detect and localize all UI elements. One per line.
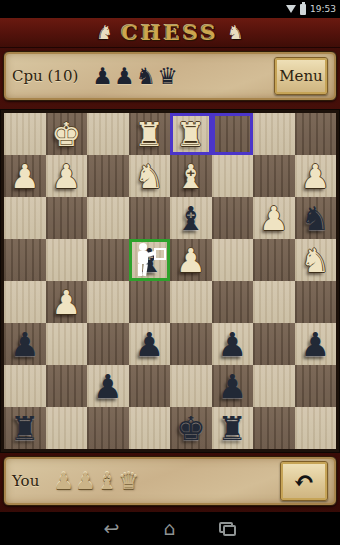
- square-c2[interactable]: [212, 155, 254, 197]
- square-f6[interactable]: [87, 323, 129, 365]
- captured-queen-icon: ♛: [118, 470, 139, 493]
- android-nav-bar: ↩ ⌂: [0, 512, 340, 545]
- square-h7[interactable]: [4, 365, 46, 407]
- square-d2[interactable]: ♝: [170, 155, 212, 197]
- square-h6[interactable]: ♟: [4, 323, 46, 365]
- white-rook-e1: ♜: [129, 113, 171, 155]
- square-g1[interactable]: ♚: [46, 113, 88, 155]
- square-a3[interactable]: ♞: [295, 197, 337, 239]
- black-pawn-f7: ♟: [87, 365, 129, 407]
- square-d4[interactable]: ♟: [170, 239, 212, 281]
- captured-pawn-icon: ♟: [114, 65, 135, 88]
- white-knight-e2: ♞: [129, 155, 171, 197]
- phone-screen: 19:53 ♞ CHESS ♞ Cpu (10) ♟♟♞♛ Menu ♚♜♜♟♟…: [0, 0, 340, 545]
- square-b4[interactable]: [253, 239, 295, 281]
- home-icon[interactable]: ⌂: [163, 519, 175, 538]
- square-d3[interactable]: ♝: [170, 197, 212, 239]
- you-panel: You ♟♟♝♛ ↶: [3, 456, 337, 506]
- white-pawn-d4: ♟: [170, 239, 212, 281]
- status-bar: 19:53: [0, 0, 340, 18]
- square-h5[interactable]: [4, 281, 46, 323]
- black-king-d8: ♚: [170, 407, 212, 449]
- cpu-thinking-figure-icon: [134, 243, 154, 277]
- captured-pawn-icon: ♟: [53, 470, 74, 493]
- square-g8[interactable]: [46, 407, 88, 449]
- cpu-captured-pieces: ♟♟♞♛: [92, 65, 178, 88]
- captured-knight-icon: ♞: [136, 65, 157, 88]
- square-h1[interactable]: [4, 113, 46, 155]
- square-g5[interactable]: ♟: [46, 281, 88, 323]
- you-captured-pieces: ♟♟♝♛: [53, 470, 139, 493]
- black-rook-h8: ♜: [4, 407, 46, 449]
- square-c4[interactable]: [212, 239, 254, 281]
- square-b2[interactable]: [253, 155, 295, 197]
- chess-board-frame: ♚♜♜♟♟♞♝♟♝♟♞♝♟♞♟♟♟♟♟♟♟♜♚♜: [1, 110, 339, 452]
- square-c1[interactable]: [212, 113, 254, 155]
- back-icon[interactable]: ↩: [104, 519, 120, 538]
- square-c7[interactable]: ♟: [212, 365, 254, 407]
- title-bar: ♞ CHESS ♞: [0, 18, 340, 48]
- square-d6[interactable]: [170, 323, 212, 365]
- square-e5[interactable]: [129, 281, 171, 323]
- black-knight-a3: ♞: [295, 197, 337, 239]
- black-pawn-e6: ♟: [129, 323, 171, 365]
- white-pawn-g2: ♟: [46, 155, 88, 197]
- square-f4[interactable]: [87, 239, 129, 281]
- square-a8[interactable]: [295, 407, 337, 449]
- captured-pawn-icon: ♟: [75, 470, 96, 493]
- captured-pawn-icon: ♟: [92, 65, 113, 88]
- square-b5[interactable]: [253, 281, 295, 323]
- white-pawn-a2: ♟: [295, 155, 337, 197]
- white-pawn-h2: ♟: [4, 155, 46, 197]
- square-c6[interactable]: ♟: [212, 323, 254, 365]
- square-a6[interactable]: ♟: [295, 323, 337, 365]
- square-a1[interactable]: [295, 113, 337, 155]
- menu-button[interactable]: Menu: [274, 57, 328, 95]
- square-f3[interactable]: [87, 197, 129, 239]
- black-pawn-c7: ♟: [212, 365, 254, 407]
- white-bishop-d2: ♝: [170, 155, 212, 197]
- black-pawn-c6: ♟: [212, 323, 254, 365]
- wifi-icon: [286, 5, 296, 13]
- square-b3[interactable]: ♟: [253, 197, 295, 239]
- square-b6[interactable]: [253, 323, 295, 365]
- black-bishop-d3: ♝: [170, 197, 212, 239]
- square-c8[interactable]: ♜: [212, 407, 254, 449]
- square-e1[interactable]: ♜: [129, 113, 171, 155]
- battery-icon: [300, 4, 306, 15]
- square-h8[interactable]: ♜: [4, 407, 46, 449]
- square-e3[interactable]: [129, 197, 171, 239]
- square-h2[interactable]: ♟: [4, 155, 46, 197]
- square-e2[interactable]: ♞: [129, 155, 171, 197]
- black-pawn-a6: ♟: [295, 323, 337, 365]
- captured-bishop-icon: ♝: [97, 470, 118, 493]
- white-king-g1: ♚: [46, 113, 88, 155]
- recents-icon[interactable]: [219, 522, 236, 536]
- square-h3[interactable]: [4, 197, 46, 239]
- square-f2[interactable]: [87, 155, 129, 197]
- you-label: You: [12, 472, 39, 490]
- square-e7[interactable]: [129, 365, 171, 407]
- cpu-panel: Cpu (10) ♟♟♞♛ Menu: [3, 51, 337, 101]
- square-f7[interactable]: ♟: [87, 365, 129, 407]
- black-pawn-h6: ♟: [4, 323, 46, 365]
- square-b7[interactable]: [253, 365, 295, 407]
- square-f1[interactable]: [87, 113, 129, 155]
- white-rook-d1: ♜: [170, 113, 212, 155]
- undo-button[interactable]: ↶: [280, 461, 328, 501]
- square-d1[interactable]: ♜: [170, 113, 212, 155]
- white-pawn-g5: ♟: [46, 281, 88, 323]
- cpu-thinking-frame-icon: [154, 248, 166, 260]
- captured-queen-icon: ♛: [157, 65, 178, 88]
- square-a7[interactable]: [295, 365, 337, 407]
- app-title: CHESS: [121, 20, 218, 45]
- square-g6[interactable]: [46, 323, 88, 365]
- square-d7[interactable]: [170, 365, 212, 407]
- square-a4[interactable]: ♞: [295, 239, 337, 281]
- square-e8[interactable]: [129, 407, 171, 449]
- square-c3[interactable]: [212, 197, 254, 239]
- square-e6[interactable]: ♟: [129, 323, 171, 365]
- square-d5[interactable]: [170, 281, 212, 323]
- cpu-label: Cpu (10): [12, 67, 78, 85]
- square-d8[interactable]: ♚: [170, 407, 212, 449]
- square-g4[interactable]: [46, 239, 88, 281]
- square-a2[interactable]: ♟: [295, 155, 337, 197]
- white-knight-a4: ♞: [295, 239, 337, 281]
- square-f5[interactable]: [87, 281, 129, 323]
- knight-right-icon: ♞: [227, 23, 244, 42]
- white-pawn-b3: ♟: [253, 197, 295, 239]
- square-g2[interactable]: ♟: [46, 155, 88, 197]
- square-b8[interactable]: [253, 407, 295, 449]
- square-f8[interactable]: [87, 407, 129, 449]
- clock: 19:53: [310, 4, 336, 14]
- square-c5[interactable]: [212, 281, 254, 323]
- black-rook-c8: ♜: [212, 407, 254, 449]
- square-h4[interactable]: [4, 239, 46, 281]
- knight-left-icon: ♞: [96, 23, 113, 42]
- square-e4[interactable]: ♝: [129, 239, 171, 281]
- square-b1[interactable]: [253, 113, 295, 155]
- square-g3[interactable]: [46, 197, 88, 239]
- chess-board[interactable]: ♚♜♜♟♟♞♝♟♝♟♞♝♟♞♟♟♟♟♟♟♟♜♚♜: [4, 113, 336, 449]
- square-g7[interactable]: [46, 365, 88, 407]
- square-a5[interactable]: [295, 281, 337, 323]
